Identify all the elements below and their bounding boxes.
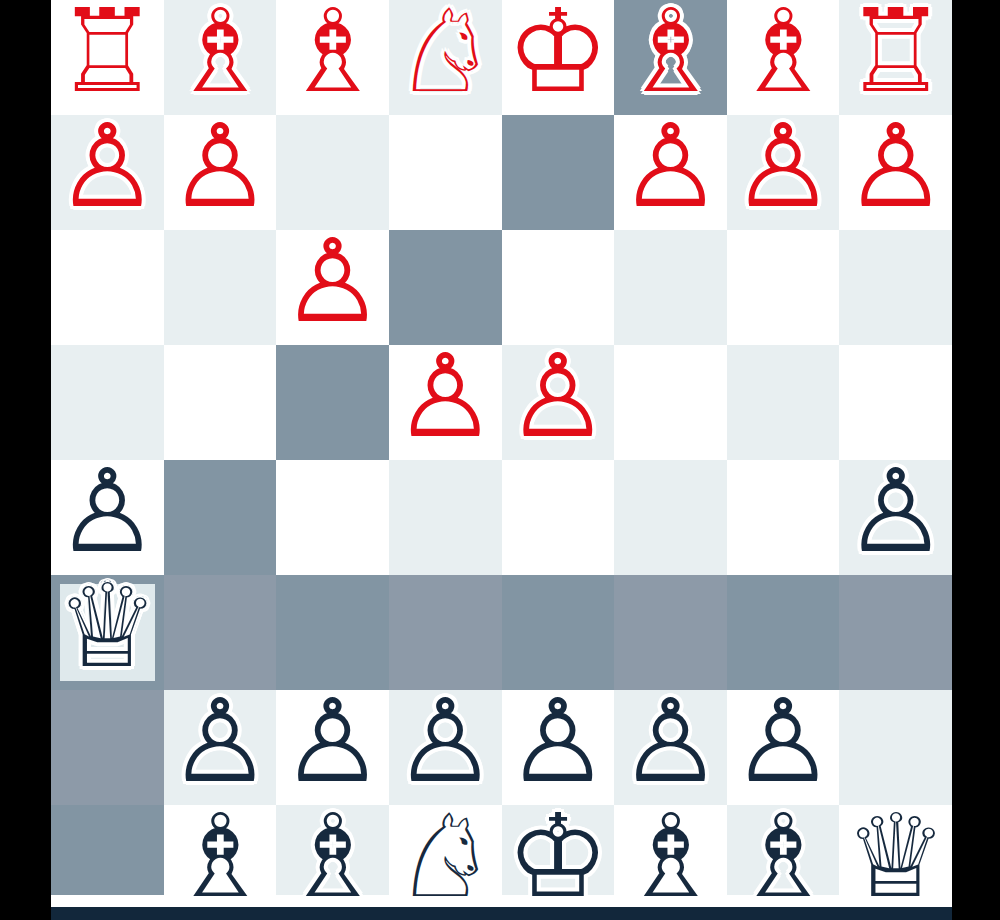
navy-pawn: ♙ [506,684,609,799]
square-h5[interactable] [839,345,952,460]
square-b2[interactable]: ♙ [164,690,277,805]
square-g6[interactable] [727,230,840,345]
square-g3[interactable] [727,575,840,690]
square-h1[interactable]: ♕ [839,805,952,920]
red-pawn: ♙ [732,109,835,224]
red-bishop: ♗ [281,0,384,109]
square-g2[interactable]: ♙ [727,690,840,805]
game-stage: ♖♗♗♘♔♗♗♖♙♙♙♙♙♙♙♙♙♙♕♙♙♙♙♙♙♗♗♘♔♗♗♕ [0,0,1000,920]
red-rook: ♖ [56,0,159,109]
square-a6[interactable] [51,230,164,345]
square-e1[interactable]: ♔ [502,805,615,920]
square-b5[interactable] [164,345,277,460]
red-rook: ♖ [844,0,947,109]
square-g7[interactable]: ♙ [727,115,840,230]
square-c4[interactable] [276,460,389,575]
square-c7[interactable] [276,115,389,230]
square-a4[interactable]: ♙ [51,460,164,575]
square-c1[interactable]: ♗ [276,805,389,920]
navy-knight: ♘ [394,799,497,914]
square-e5[interactable]: ♙ [502,345,615,460]
red-bishop: ♗ [732,0,835,109]
square-c8[interactable]: ♗ [276,0,389,115]
square-f5[interactable] [614,345,727,460]
square-h4[interactable]: ♙ [839,460,952,575]
square-a7[interactable]: ♙ [51,115,164,230]
chess-board: ♖♗♗♘♔♗♗♖♙♙♙♙♙♙♙♙♙♙♕♙♙♙♙♙♙♗♗♘♔♗♗♕ [51,0,952,895]
square-e8[interactable]: ♔ [502,0,615,115]
square-a3[interactable]: ♕ [51,575,164,690]
square-h2[interactable] [839,690,952,805]
navy-bishop: ♗ [281,799,384,914]
square-b8[interactable]: ♗ [164,0,277,115]
square-b7[interactable]: ♙ [164,115,277,230]
square-e7[interactable] [502,115,615,230]
navy-bishop: ♗ [732,799,835,914]
navy-queen: ♕ [844,799,947,914]
navy-bishop: ♗ [619,799,722,914]
square-h7[interactable]: ♙ [839,115,952,230]
square-b3[interactable] [164,575,277,690]
red-pawn: ♙ [168,109,271,224]
square-e2[interactable]: ♙ [502,690,615,805]
square-h8[interactable]: ♖ [839,0,952,115]
red-pawn: ♙ [844,109,947,224]
navy-queen: ♕ [56,569,159,684]
square-f3[interactable] [614,575,727,690]
red-pawn: ♙ [619,109,722,224]
navy-pawn: ♙ [394,684,497,799]
square-d5[interactable]: ♙ [389,345,502,460]
square-f7[interactable]: ♙ [614,115,727,230]
red-pawn: ♙ [56,109,159,224]
square-c5[interactable] [276,345,389,460]
square-h3[interactable] [839,575,952,690]
red-knight: ♘ [394,0,497,109]
red-king: ♔ [506,0,609,109]
square-d2[interactable]: ♙ [389,690,502,805]
square-d4[interactable] [389,460,502,575]
navy-pawn: ♙ [619,684,722,799]
square-b6[interactable] [164,230,277,345]
square-d7[interactable] [389,115,502,230]
square-g4[interactable] [727,460,840,575]
square-c2[interactable]: ♙ [276,690,389,805]
red-bishop: ♗ [619,0,722,109]
navy-pawn: ♙ [56,454,159,569]
red-bishop: ♗ [168,0,271,109]
square-g8[interactable]: ♗ [727,0,840,115]
square-a2[interactable] [51,690,164,805]
square-d8[interactable]: ♘ [389,0,502,115]
square-a5[interactable] [51,345,164,460]
navy-bishop: ♗ [168,799,271,914]
square-f4[interactable] [614,460,727,575]
square-d1[interactable]: ♘ [389,805,502,920]
square-h6[interactable] [839,230,952,345]
square-g1[interactable]: ♗ [727,805,840,920]
square-e3[interactable] [502,575,615,690]
square-f6[interactable] [614,230,727,345]
right-letterbox [952,0,1000,920]
square-d6[interactable] [389,230,502,345]
square-d3[interactable] [389,575,502,690]
square-c3[interactable] [276,575,389,690]
square-f8[interactable]: ♗ [614,0,727,115]
navy-pawn: ♙ [844,454,947,569]
left-letterbox [0,0,51,920]
red-pawn: ♙ [394,339,497,454]
square-e6[interactable] [502,230,615,345]
square-g5[interactable] [727,345,840,460]
red-pawn: ♙ [506,339,609,454]
square-a8[interactable]: ♖ [51,0,164,115]
red-pawn: ♙ [281,224,384,339]
square-c6[interactable]: ♙ [276,230,389,345]
navy-king: ♔ [506,799,609,914]
square-b4[interactable] [164,460,277,575]
square-e4[interactable] [502,460,615,575]
navy-pawn: ♙ [732,684,835,799]
square-f2[interactable]: ♙ [614,690,727,805]
square-b1[interactable]: ♗ [164,805,277,920]
square-f1[interactable]: ♗ [614,805,727,920]
navy-pawn: ♙ [281,684,384,799]
navy-pawn: ♙ [168,684,271,799]
